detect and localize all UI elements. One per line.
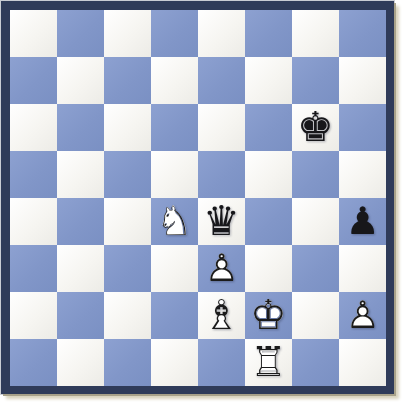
piece-black-queen: ♛ — [198, 198, 245, 245]
piece-white-bishop: ♝♗ — [198, 292, 245, 339]
square-c8 — [104, 10, 151, 57]
white-bishop-glyph: ♗ — [198, 292, 245, 339]
square-a5 — [10, 151, 57, 198]
square-h1 — [339, 339, 386, 386]
square-c2 — [104, 292, 151, 339]
square-h8 — [339, 10, 386, 57]
black-queen-glyph: ♛ — [198, 198, 245, 245]
piece-white-rook: ♜♖ — [245, 339, 292, 386]
square-e1 — [198, 339, 245, 386]
square-e5 — [198, 151, 245, 198]
square-d1 — [151, 339, 198, 386]
square-g8 — [292, 10, 339, 57]
square-b6 — [57, 104, 104, 151]
square-a6 — [10, 104, 57, 151]
square-a8 — [10, 10, 57, 57]
square-b8 — [57, 10, 104, 57]
square-b5 — [57, 151, 104, 198]
piece-white-king: ♚♔ — [245, 292, 292, 339]
square-d2 — [151, 292, 198, 339]
square-h4: ♟ — [339, 198, 386, 245]
square-f3 — [245, 245, 292, 292]
square-g4 — [292, 198, 339, 245]
white-king-glyph: ♔ — [245, 292, 292, 339]
square-a3 — [10, 245, 57, 292]
square-e6 — [198, 104, 245, 151]
square-b2 — [57, 292, 104, 339]
square-c6 — [104, 104, 151, 151]
square-c4 — [104, 198, 151, 245]
square-e2: ♝♗ — [198, 292, 245, 339]
square-f1: ♜♖ — [245, 339, 292, 386]
square-b1 — [57, 339, 104, 386]
square-f4 — [245, 198, 292, 245]
square-h2: ♟♙ — [339, 292, 386, 339]
piece-black-king: ♚ — [292, 104, 339, 151]
square-c5 — [104, 151, 151, 198]
square-a1 — [10, 339, 57, 386]
black-pawn-glyph: ♟ — [339, 198, 386, 245]
square-f8 — [245, 10, 292, 57]
square-b4 — [57, 198, 104, 245]
square-h6 — [339, 104, 386, 151]
piece-white-pawn: ♟♙ — [339, 292, 386, 339]
square-c3 — [104, 245, 151, 292]
white-rook-glyph: ♖ — [245, 339, 292, 386]
square-g5 — [292, 151, 339, 198]
square-g7 — [292, 57, 339, 104]
white-pawn-glyph: ♙ — [339, 292, 386, 339]
square-f7 — [245, 57, 292, 104]
square-h5 — [339, 151, 386, 198]
chess-board-border: ♚♞♘♛♟♟♙♝♗♚♔♟♙♜♖ — [1, 1, 394, 394]
square-a2 — [10, 292, 57, 339]
square-d7 — [151, 57, 198, 104]
chess-board: ♚♞♘♛♟♟♙♝♗♚♔♟♙♜♖ — [10, 10, 386, 386]
square-d3 — [151, 245, 198, 292]
square-e7 — [198, 57, 245, 104]
square-d4: ♞♘ — [151, 198, 198, 245]
black-king-glyph: ♚ — [292, 104, 339, 151]
square-h7 — [339, 57, 386, 104]
square-e8 — [198, 10, 245, 57]
square-e4: ♛ — [198, 198, 245, 245]
square-g6: ♚ — [292, 104, 339, 151]
square-c7 — [104, 57, 151, 104]
square-e3: ♟♙ — [198, 245, 245, 292]
square-d8 — [151, 10, 198, 57]
square-h3 — [339, 245, 386, 292]
piece-black-pawn: ♟ — [339, 198, 386, 245]
white-pawn-glyph: ♙ — [198, 245, 245, 292]
square-d5 — [151, 151, 198, 198]
piece-white-knight: ♞♘ — [151, 198, 198, 245]
square-d6 — [151, 104, 198, 151]
square-f2: ♚♔ — [245, 292, 292, 339]
square-c1 — [104, 339, 151, 386]
square-g2 — [292, 292, 339, 339]
square-b3 — [57, 245, 104, 292]
square-g1 — [292, 339, 339, 386]
square-a4 — [10, 198, 57, 245]
square-g3 — [292, 245, 339, 292]
square-a7 — [10, 57, 57, 104]
square-f6 — [245, 104, 292, 151]
piece-white-pawn: ♟♙ — [198, 245, 245, 292]
white-knight-glyph: ♘ — [151, 198, 198, 245]
chess-diagram-frame: ♚♞♘♛♟♟♙♝♗♚♔♟♙♜♖ — [0, 0, 404, 403]
square-f5 — [245, 151, 292, 198]
square-b7 — [57, 57, 104, 104]
